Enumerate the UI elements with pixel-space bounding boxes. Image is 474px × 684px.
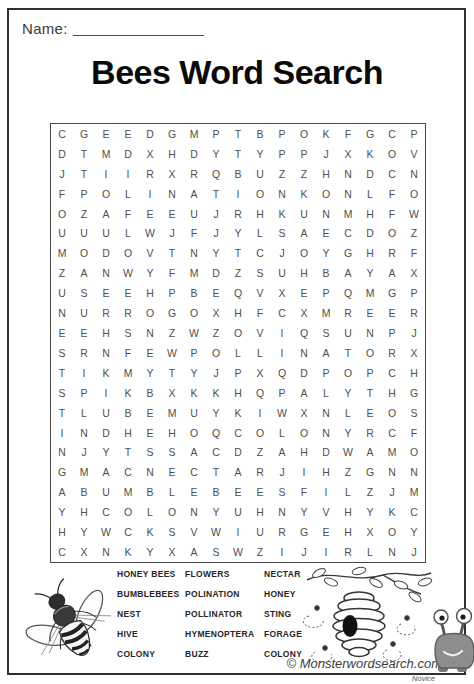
grid-cell[interactable]: N xyxy=(403,164,425,184)
grid-cell[interactable]: C xyxy=(271,303,293,323)
grid-cell[interactable]: Y xyxy=(95,443,117,463)
grid-cell[interactable]: U xyxy=(227,502,249,522)
grid-cell[interactable]: D xyxy=(95,423,117,443)
grid-cell[interactable]: Y xyxy=(227,224,249,244)
grid-cell[interactable]: W xyxy=(271,403,293,423)
grid-cell[interactable]: A xyxy=(183,184,205,204)
grid-cell[interactable]: U xyxy=(51,283,73,303)
grid-cell[interactable]: S xyxy=(205,542,227,562)
grid-cell[interactable]: I xyxy=(117,164,139,184)
grid-cell[interactable]: P xyxy=(271,383,293,403)
grid-cell[interactable]: J xyxy=(205,363,227,383)
grid-cell[interactable]: B xyxy=(183,283,205,303)
grid-cell[interactable]: O xyxy=(293,124,315,144)
grid-cell[interactable]: I xyxy=(73,363,95,383)
grid-cell[interactable]: K xyxy=(117,542,139,562)
grid-cell[interactable]: D xyxy=(227,443,249,463)
grid-cell[interactable]: U xyxy=(95,224,117,244)
grid-cell[interactable]: J xyxy=(161,224,183,244)
grid-cell[interactable]: Z xyxy=(293,164,315,184)
grid-cell[interactable]: C xyxy=(381,363,403,383)
grid-cell[interactable]: Z xyxy=(359,482,381,502)
grid-cell[interactable]: C xyxy=(227,423,249,443)
grid-cell[interactable]: Q xyxy=(205,164,227,184)
grid-cell[interactable]: H xyxy=(359,243,381,263)
grid-cell[interactable]: T xyxy=(227,124,249,144)
grid-cell[interactable]: H xyxy=(117,423,139,443)
grid-cell[interactable]: P xyxy=(315,363,337,383)
grid-cell[interactable]: F xyxy=(337,124,359,144)
grid-cell[interactable]: N xyxy=(315,423,337,443)
grid-cell[interactable]: M xyxy=(183,263,205,283)
grid-cell[interactable]: L xyxy=(227,343,249,363)
grid-cell[interactable]: J xyxy=(51,164,73,184)
grid-cell[interactable]: E xyxy=(95,283,117,303)
grid-cell[interactable]: U xyxy=(337,323,359,343)
grid-cell[interactable]: A xyxy=(183,443,205,463)
grid-cell[interactable]: P xyxy=(403,124,425,144)
grid-cell[interactable]: T xyxy=(359,383,381,403)
grid-cell[interactable]: M xyxy=(315,303,337,323)
grid-cell[interactable]: K xyxy=(95,363,117,383)
grid-cell[interactable]: N xyxy=(95,343,117,363)
grid-cell[interactable]: C xyxy=(51,542,73,562)
grid-cell[interactable]: C xyxy=(381,124,403,144)
grid-cell[interactable]: C xyxy=(337,224,359,244)
grid-cell[interactable]: G xyxy=(337,243,359,263)
grid-cell[interactable]: S xyxy=(271,482,293,502)
grid-cell[interactable]: N xyxy=(51,303,73,323)
grid-cell[interactable]: U xyxy=(249,164,271,184)
grid-cell[interactable]: O xyxy=(293,243,315,263)
grid-cell[interactable]: E xyxy=(139,204,161,224)
grid-cell[interactable]: S xyxy=(315,323,337,343)
grid-cell[interactable]: B xyxy=(139,383,161,403)
grid-cell[interactable]: X xyxy=(403,263,425,283)
grid-cell[interactable]: U xyxy=(73,224,95,244)
grid-cell[interactable]: E xyxy=(161,204,183,224)
grid-cell[interactable]: T xyxy=(161,243,183,263)
grid-cell[interactable]: O xyxy=(161,502,183,522)
grid-cell[interactable]: D xyxy=(205,263,227,283)
grid-cell[interactable]: O xyxy=(183,423,205,443)
grid-cell[interactable]: F xyxy=(183,224,205,244)
grid-cell[interactable]: R xyxy=(271,522,293,542)
grid-cell[interactable]: D xyxy=(183,144,205,164)
grid-cell[interactable]: H xyxy=(161,423,183,443)
grid-cell[interactable]: E xyxy=(359,303,381,323)
grid-cell[interactable]: T xyxy=(51,363,73,383)
grid-cell[interactable]: W xyxy=(161,343,183,363)
grid-cell[interactable]: O xyxy=(51,204,73,224)
grid-cell[interactable]: F xyxy=(381,204,403,224)
grid-cell[interactable]: M xyxy=(117,482,139,502)
grid-cell[interactable]: P xyxy=(161,283,183,303)
grid-cell[interactable]: I xyxy=(227,522,249,542)
grid-cell[interactable]: A xyxy=(293,383,315,403)
grid-cell[interactable]: M xyxy=(337,204,359,224)
grid-cell[interactable]: D xyxy=(95,243,117,263)
grid-cell[interactable]: H xyxy=(227,383,249,403)
grid-cell[interactable]: Y xyxy=(139,363,161,383)
grid-cell[interactable]: R xyxy=(381,343,403,363)
grid-cell[interactable]: X xyxy=(359,522,381,542)
grid-cell[interactable]: L xyxy=(271,423,293,443)
grid-cell[interactable]: J xyxy=(73,443,95,463)
grid-cell[interactable]: A xyxy=(51,482,73,502)
grid-cell[interactable]: E xyxy=(183,482,205,502)
grid-cell[interactable]: X xyxy=(249,363,271,383)
grid-cell[interactable]: Z xyxy=(403,224,425,244)
grid-cell[interactable]: J xyxy=(315,144,337,164)
grid-cell[interactable]: I xyxy=(315,482,337,502)
grid-cell[interactable]: I xyxy=(293,462,315,482)
grid-cell[interactable]: V xyxy=(403,144,425,164)
grid-cell[interactable]: F xyxy=(293,482,315,502)
grid-cell[interactable]: A xyxy=(183,542,205,562)
grid-cell[interactable]: H xyxy=(359,204,381,224)
grid-cell[interactable]: X xyxy=(205,303,227,323)
grid-cell[interactable]: K xyxy=(271,204,293,224)
grid-cell[interactable]: W xyxy=(139,224,161,244)
grid-cell[interactable]: N xyxy=(403,462,425,482)
grid-cell[interactable]: O xyxy=(183,303,205,323)
grid-cell[interactable]: H xyxy=(249,502,271,522)
grid-cell[interactable]: Y xyxy=(403,522,425,542)
grid-cell[interactable]: A xyxy=(95,462,117,482)
grid-cell[interactable]: A xyxy=(271,443,293,463)
grid-cell[interactable]: S xyxy=(161,443,183,463)
grid-cell[interactable]: I xyxy=(95,164,117,184)
grid-cell[interactable]: J xyxy=(403,542,425,562)
grid-cell[interactable]: I xyxy=(227,184,249,204)
grid-cell[interactable]: U xyxy=(249,522,271,542)
grid-cell[interactable]: V xyxy=(139,243,161,263)
grid-cell[interactable]: O xyxy=(293,423,315,443)
grid-cell[interactable]: I xyxy=(315,542,337,562)
grid-cell[interactable]: Z xyxy=(227,263,249,283)
grid-cell[interactable]: S xyxy=(117,323,139,343)
grid-cell[interactable]: C xyxy=(249,243,271,263)
grid-cell[interactable]: D xyxy=(359,164,381,184)
grid-cell[interactable]: V xyxy=(183,522,205,542)
grid-cell[interactable]: Y xyxy=(139,542,161,562)
grid-cell[interactable]: E xyxy=(73,323,95,343)
grid-cell[interactable]: P xyxy=(381,323,403,343)
grid-cell[interactable]: D xyxy=(117,144,139,164)
grid-cell[interactable]: Y xyxy=(205,144,227,164)
grid-cell[interactable]: O xyxy=(95,184,117,204)
grid-cell[interactable]: C xyxy=(403,502,425,522)
grid-cell[interactable]: R xyxy=(359,423,381,443)
grid-cell[interactable]: Z xyxy=(51,263,73,283)
grid-cell[interactable]: Q xyxy=(249,383,271,403)
grid-cell[interactable]: K xyxy=(293,184,315,204)
grid-cell[interactable]: L xyxy=(73,403,95,423)
grid-cell[interactable]: M xyxy=(359,283,381,303)
grid-cell[interactable]: Y xyxy=(337,383,359,403)
grid-cell[interactable]: W xyxy=(205,522,227,542)
grid-cell[interactable]: I xyxy=(271,542,293,562)
grid-cell[interactable]: T xyxy=(161,363,183,383)
grid-cell[interactable]: F xyxy=(403,423,425,443)
grid-cell[interactable]: N xyxy=(271,502,293,522)
grid-cell[interactable]: K xyxy=(227,403,249,423)
grid-cell[interactable]: H xyxy=(293,443,315,463)
grid-cell[interactable]: E xyxy=(117,283,139,303)
grid-cell[interactable]: N xyxy=(381,462,403,482)
grid-cell[interactable]: C xyxy=(183,462,205,482)
grid-cell[interactable]: O xyxy=(117,243,139,263)
grid-cell[interactable]: W xyxy=(117,263,139,283)
grid-cell[interactable]: N xyxy=(315,403,337,423)
grid-cell[interactable]: A xyxy=(95,204,117,224)
grid-cell[interactable]: K xyxy=(381,502,403,522)
grid-cell[interactable]: X xyxy=(139,144,161,164)
grid-cell[interactable]: H xyxy=(403,363,425,383)
grid-cell[interactable]: P xyxy=(183,343,205,363)
grid-cell[interactable]: R xyxy=(381,243,403,263)
grid-cell[interactable]: G xyxy=(359,124,381,144)
grid-cell[interactable]: I xyxy=(95,383,117,403)
grid-cell[interactable]: T xyxy=(205,184,227,204)
grid-cell[interactable]: P xyxy=(271,124,293,144)
grid-cell[interactable]: O xyxy=(337,363,359,383)
grid-cell[interactable]: R xyxy=(139,164,161,184)
grid-cell[interactable]: O xyxy=(139,303,161,323)
grid-cell[interactable]: A xyxy=(337,263,359,283)
grid-cell[interactable]: R xyxy=(73,343,95,363)
grid-cell[interactable]: G xyxy=(73,124,95,144)
grid-cell[interactable]: N xyxy=(139,323,161,343)
grid-cell[interactable]: Y xyxy=(51,502,73,522)
grid-cell[interactable]: O xyxy=(381,403,403,423)
grid-cell[interactable]: N xyxy=(381,542,403,562)
grid-cell[interactable]: K xyxy=(359,144,381,164)
grid-cell[interactable]: V xyxy=(249,283,271,303)
grid-cell[interactable]: T xyxy=(227,144,249,164)
grid-cell[interactable]: F xyxy=(161,263,183,283)
grid-cell[interactable]: O xyxy=(381,224,403,244)
grid-cell[interactable]: L xyxy=(359,184,381,204)
grid-cell[interactable]: D xyxy=(293,363,315,383)
grid-cell[interactable]: O xyxy=(117,502,139,522)
grid-cell[interactable]: Z xyxy=(337,462,359,482)
grid-cell[interactable]: L xyxy=(161,482,183,502)
grid-cell[interactable]: E xyxy=(139,343,161,363)
grid-cell[interactable]: C xyxy=(205,443,227,463)
grid-cell[interactable]: E xyxy=(359,403,381,423)
grid-cell[interactable]: F xyxy=(403,243,425,263)
grid-cell[interactable]: P xyxy=(205,124,227,144)
grid-cell[interactable]: R xyxy=(337,303,359,323)
grid-cell[interactable]: X xyxy=(161,383,183,403)
grid-cell[interactable]: F xyxy=(381,184,403,204)
grid-cell[interactable]: T xyxy=(227,243,249,263)
grid-cell[interactable]: W xyxy=(403,204,425,224)
grid-cell[interactable]: T xyxy=(337,343,359,363)
name-input-line[interactable] xyxy=(73,22,204,36)
grid-cell[interactable]: M xyxy=(73,462,95,482)
grid-cell[interactable]: E xyxy=(249,482,271,502)
grid-cell[interactable]: Y xyxy=(139,263,161,283)
grid-cell[interactable]: R xyxy=(227,204,249,224)
grid-cell[interactable]: K xyxy=(315,124,337,144)
grid-cell[interactable]: T xyxy=(205,462,227,482)
grid-cell[interactable]: E xyxy=(381,303,403,323)
grid-cell[interactable]: G xyxy=(161,124,183,144)
grid-cell[interactable]: L xyxy=(117,224,139,244)
grid-cell[interactable]: E xyxy=(95,124,117,144)
grid-cell[interactable]: V xyxy=(249,323,271,343)
grid-cell[interactable]: A xyxy=(73,263,95,283)
grid-cell[interactable]: M xyxy=(403,482,425,502)
grid-cell[interactable]: N xyxy=(315,204,337,224)
grid-cell[interactable]: U xyxy=(51,224,73,244)
grid-cell[interactable]: L xyxy=(249,343,271,363)
grid-cell[interactable]: A xyxy=(359,443,381,463)
grid-cell[interactable]: N xyxy=(95,263,117,283)
grid-cell[interactable]: Q xyxy=(205,423,227,443)
grid-cell[interactable]: K xyxy=(139,522,161,542)
grid-cell[interactable]: U xyxy=(293,204,315,224)
grid-cell[interactable]: O xyxy=(403,184,425,204)
grid-cell[interactable]: B xyxy=(227,164,249,184)
grid-cell[interactable]: X xyxy=(337,144,359,164)
grid-cell[interactable]: P xyxy=(227,363,249,383)
grid-cell[interactable]: X xyxy=(271,283,293,303)
grid-cell[interactable]: S xyxy=(51,383,73,403)
grid-cell[interactable]: F xyxy=(249,303,271,323)
grid-cell[interactable]: P xyxy=(271,144,293,164)
grid-cell[interactable]: M xyxy=(117,363,139,383)
grid-cell[interactable]: P xyxy=(315,283,337,303)
grid-cell[interactable]: N xyxy=(337,184,359,204)
grid-cell[interactable]: G xyxy=(359,462,381,482)
grid-cell[interactable]: B xyxy=(315,263,337,283)
grid-cell[interactable]: Y xyxy=(359,502,381,522)
grid-cell[interactable]: F xyxy=(117,343,139,363)
grid-cell[interactable]: H xyxy=(381,383,403,403)
grid-cell[interactable]: G xyxy=(381,283,403,303)
grid-cell[interactable]: G xyxy=(51,462,73,482)
grid-cell[interactable]: S xyxy=(403,403,425,423)
grid-cell[interactable]: D xyxy=(315,443,337,463)
grid-cell[interactable]: T xyxy=(73,144,95,164)
grid-cell[interactable]: S xyxy=(161,522,183,542)
grid-cell[interactable]: B xyxy=(117,403,139,423)
grid-cell[interactable]: N xyxy=(183,502,205,522)
grid-cell[interactable]: L xyxy=(359,542,381,562)
grid-cell[interactable]: E xyxy=(139,403,161,423)
grid-cell[interactable]: X xyxy=(293,303,315,323)
grid-cell[interactable]: X xyxy=(73,542,95,562)
grid-cell[interactable]: C xyxy=(117,522,139,542)
grid-cell[interactable]: N xyxy=(293,343,315,363)
grid-cell[interactable]: D xyxy=(139,124,161,144)
grid-cell[interactable]: J xyxy=(205,224,227,244)
grid-cell[interactable]: Z xyxy=(249,542,271,562)
grid-cell[interactable]: V xyxy=(315,502,337,522)
grid-cell[interactable]: Q xyxy=(227,283,249,303)
grid-cell[interactable]: R xyxy=(337,542,359,562)
grid-cell[interactable]: Y xyxy=(337,423,359,443)
grid-cell[interactable]: M xyxy=(95,144,117,164)
grid-cell[interactable]: H xyxy=(73,502,95,522)
grid-cell[interactable]: U xyxy=(95,482,117,502)
grid-cell[interactable]: Y xyxy=(183,363,205,383)
grid-cell[interactable]: H xyxy=(161,144,183,164)
grid-cell[interactable]: Y xyxy=(205,502,227,522)
grid-cell[interactable]: E xyxy=(51,323,73,343)
grid-cell[interactable]: M xyxy=(161,403,183,423)
grid-cell[interactable]: P xyxy=(293,144,315,164)
grid-cell[interactable]: N xyxy=(73,423,95,443)
grid-cell[interactable]: A xyxy=(293,224,315,244)
grid-cell[interactable]: C xyxy=(95,502,117,522)
grid-cell[interactable]: I xyxy=(139,184,161,204)
grid-cell[interactable]: Y xyxy=(205,403,227,423)
grid-cell[interactable]: W xyxy=(337,443,359,463)
grid-cell[interactable]: N xyxy=(51,443,73,463)
grid-cell[interactable]: N xyxy=(337,164,359,184)
grid-cell[interactable]: K xyxy=(205,383,227,403)
grid-cell[interactable]: D xyxy=(51,144,73,164)
grid-cell[interactable]: U xyxy=(183,204,205,224)
grid-cell[interactable]: F xyxy=(117,204,139,224)
grid-cell[interactable]: E xyxy=(117,124,139,144)
grid-cell[interactable]: T xyxy=(73,164,95,184)
grid-cell[interactable]: H xyxy=(95,323,117,343)
grid-cell[interactable]: H xyxy=(249,204,271,224)
grid-cell[interactable]: H xyxy=(337,522,359,542)
grid-cell[interactable]: G xyxy=(293,522,315,542)
grid-cell[interactable]: M xyxy=(51,243,73,263)
grid-cell[interactable]: L xyxy=(337,403,359,423)
grid-cell[interactable]: H xyxy=(337,502,359,522)
grid-cell[interactable]: J xyxy=(205,204,227,224)
grid-cell[interactable]: E xyxy=(139,423,161,443)
grid-cell[interactable]: I xyxy=(249,403,271,423)
grid-cell[interactable]: P xyxy=(403,283,425,303)
grid-cell[interactable]: J xyxy=(381,482,403,502)
grid-cell[interactable]: R xyxy=(117,303,139,323)
grid-cell[interactable]: Z xyxy=(205,323,227,343)
grid-cell[interactable]: E xyxy=(315,522,337,542)
grid-cell[interactable]: X xyxy=(293,403,315,423)
grid-cell[interactable]: Y xyxy=(359,263,381,283)
grid-cell[interactable]: M xyxy=(183,124,205,144)
grid-cell[interactable]: I xyxy=(51,423,73,443)
grid-cell[interactable]: R xyxy=(183,164,205,184)
grid-cell[interactable]: Z xyxy=(73,204,95,224)
grid-cell[interactable]: A xyxy=(381,263,403,283)
grid-cell[interactable]: O xyxy=(227,323,249,343)
grid-cell[interactable]: X xyxy=(161,542,183,562)
grid-cell[interactable]: N xyxy=(271,184,293,204)
grid-cell[interactable]: U xyxy=(73,303,95,323)
grid-cell[interactable]: N xyxy=(359,323,381,343)
grid-cell[interactable]: H xyxy=(139,283,161,303)
grid-cell[interactable]: T xyxy=(51,403,73,423)
grid-cell[interactable]: D xyxy=(359,224,381,244)
grid-cell[interactable]: Z xyxy=(271,164,293,184)
grid-cell[interactable]: J xyxy=(293,542,315,562)
grid-cell[interactable]: H xyxy=(315,164,337,184)
grid-cell[interactable]: L xyxy=(337,482,359,502)
grid-cell[interactable]: Z xyxy=(249,443,271,463)
grid-cell[interactable]: Z xyxy=(161,323,183,343)
